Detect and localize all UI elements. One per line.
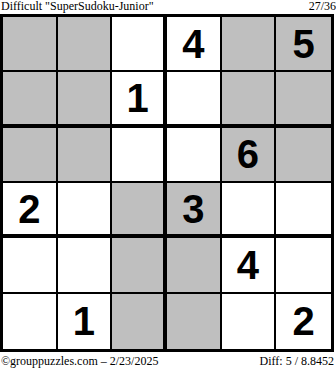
given-digit: 1 <box>73 301 95 341</box>
progress-counter: 27/36 <box>309 0 336 13</box>
cell-r5c2[interactable] <box>58 238 113 293</box>
cell-r2c4[interactable] <box>167 72 222 127</box>
cell-r1c2[interactable] <box>58 17 113 72</box>
cell-r3c5[interactable]: 6 <box>222 128 277 183</box>
cell-r2c3[interactable]: 1 <box>112 72 167 127</box>
given-digit: 6 <box>237 134 259 174</box>
cell-r1c4[interactable]: 4 <box>167 17 222 72</box>
cell-r4c6[interactable] <box>276 183 331 238</box>
footer: ©grouppuzzles.com – 2/23/2025 Diff: 5 / … <box>1 353 334 369</box>
cell-r3c4[interactable] <box>167 128 222 183</box>
cell-r5c6[interactable] <box>276 238 331 293</box>
difficulty-rating: Diff: 5 / 8.8452 <box>260 354 334 369</box>
cell-r3c2[interactable] <box>58 128 113 183</box>
given-digit: 2 <box>293 301 315 341</box>
given-digit: 4 <box>182 24 204 64</box>
given-digit: 5 <box>293 24 315 64</box>
cell-r1c5[interactable] <box>222 17 277 72</box>
cell-r5c3[interactable] <box>112 238 167 293</box>
cell-r5c4[interactable] <box>167 238 222 293</box>
cell-r5c5[interactable]: 4 <box>222 238 277 293</box>
cell-r6c3[interactable] <box>112 294 167 349</box>
cell-r4c5[interactable] <box>222 183 277 238</box>
board: 451623412 <box>0 14 334 352</box>
given-digit: 1 <box>127 78 149 118</box>
cell-r4c4[interactable]: 3 <box>167 183 222 238</box>
cell-r3c1[interactable] <box>3 128 58 183</box>
given-digit: 3 <box>182 189 204 229</box>
cell-r1c1[interactable] <box>3 17 58 72</box>
given-digit: 4 <box>237 245 259 285</box>
copyright-date: ©grouppuzzles.com – 2/23/2025 <box>1 354 158 369</box>
cell-r2c1[interactable] <box>3 72 58 127</box>
cell-r6c4[interactable] <box>167 294 222 349</box>
cell-r1c3[interactable] <box>112 17 167 72</box>
cell-r6c6[interactable]: 2 <box>276 294 331 349</box>
cell-r2c2[interactable] <box>58 72 113 127</box>
cell-r6c5[interactable] <box>222 294 277 349</box>
cell-r2c6[interactable] <box>276 72 331 127</box>
cell-r1c6[interactable]: 5 <box>276 17 331 72</box>
puzzle-title: Difficult "SuperSudoku-Junior" <box>1 0 154 13</box>
cell-r3c3[interactable] <box>112 128 167 183</box>
cell-r4c1[interactable]: 2 <box>3 183 58 238</box>
cell-r4c2[interactable] <box>58 183 113 238</box>
given-digit: 2 <box>18 189 40 229</box>
cell-r6c1[interactable] <box>3 294 58 349</box>
cell-r2c5[interactable] <box>222 72 277 127</box>
header: Difficult "SuperSudoku-Junior" 27/36 <box>1 0 336 13</box>
cell-r5c1[interactable] <box>3 238 58 293</box>
cell-r6c2[interactable]: 1 <box>58 294 113 349</box>
cell-r4c3[interactable] <box>112 183 167 238</box>
cell-r3c6[interactable] <box>276 128 331 183</box>
